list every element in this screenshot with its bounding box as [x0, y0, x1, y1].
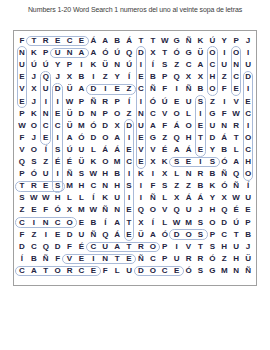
grid-cell[interactable]: Z — [159, 132, 171, 144]
grid-cell[interactable]: N — [40, 108, 52, 120]
grid-cell[interactable]: E — [242, 96, 254, 108]
grid-cell[interactable]: I — [28, 217, 40, 229]
grid-cell[interactable]: H — [183, 132, 195, 144]
grid-cell[interactable]: C — [206, 59, 218, 71]
grid-cell[interactable]: J — [194, 204, 206, 216]
grid-cell[interactable]: D — [206, 132, 218, 144]
grid-cell[interactable]: N — [135, 108, 147, 120]
grid-cell[interactable]: E — [111, 83, 123, 95]
grid-cell[interactable]: R — [64, 265, 76, 277]
grid-cell[interactable]: N — [183, 168, 195, 180]
grid-cell[interactable]: X — [171, 192, 183, 204]
grid-cell[interactable]: T — [16, 180, 28, 192]
grid-cell[interactable]: É — [75, 241, 87, 253]
grid-cell[interactable]: P — [40, 47, 52, 59]
grid-cell[interactable]: U — [111, 192, 123, 204]
grid-cell[interactable]: P — [230, 35, 242, 47]
grid-cell[interactable]: S — [206, 156, 218, 168]
grid-cell[interactable]: F — [16, 229, 28, 241]
grid-cell[interactable]: S — [171, 156, 183, 168]
grid-cell[interactable]: N — [40, 217, 52, 229]
grid-cell[interactable]: T — [194, 241, 206, 253]
grid-cell[interactable]: L — [75, 192, 87, 204]
grid-cell[interactable]: N — [99, 180, 111, 192]
grid-cell[interactable]: L — [64, 192, 76, 204]
grid-cell[interactable]: I — [218, 47, 230, 59]
grid-cell[interactable]: B — [194, 83, 206, 95]
grid-cell[interactable]: L — [230, 144, 242, 156]
grid-cell[interactable]: Ú — [40, 59, 52, 71]
grid-cell[interactable]: T — [123, 217, 135, 229]
grid-cell[interactable]: Í — [123, 96, 135, 108]
grid-cell[interactable]: Ú — [111, 47, 123, 59]
grid-cell[interactable]: Q — [230, 168, 242, 180]
grid-cell[interactable]: H — [242, 156, 254, 168]
grid-cell[interactable]: Ñ — [135, 253, 147, 265]
grid-cell[interactable]: H — [99, 168, 111, 180]
grid-cell[interactable]: A — [147, 229, 159, 241]
grid-cell[interactable]: E — [52, 35, 64, 47]
grid-cell[interactable]: R — [194, 253, 206, 265]
grid-cell[interactable]: V — [230, 96, 242, 108]
grid-cell[interactable]: R — [183, 253, 195, 265]
grid-cell[interactable]: Á — [218, 132, 230, 144]
grid-cell[interactable]: I — [87, 71, 99, 83]
grid-cell[interactable]: I — [194, 108, 206, 120]
grid-cell[interactable]: Á — [194, 192, 206, 204]
grid-cell[interactable]: Z — [171, 180, 183, 192]
grid-cell[interactable]: Ñ — [40, 253, 52, 265]
grid-cell[interactable]: Ñ — [242, 265, 254, 277]
grid-cell[interactable]: T — [194, 132, 206, 144]
grid-cell[interactable]: I — [147, 168, 159, 180]
grid-cell[interactable]: D — [123, 120, 135, 132]
grid-cell[interactable]: B — [28, 253, 40, 265]
grid-cell[interactable]: C — [75, 265, 87, 277]
grid-cell[interactable]: Í — [16, 253, 28, 265]
grid-cell[interactable]: Z — [183, 180, 195, 192]
grid-cell[interactable]: K — [194, 35, 206, 47]
grid-cell[interactable]: X — [64, 204, 76, 216]
grid-cell[interactable]: I — [135, 59, 147, 71]
grid-cell[interactable]: W — [159, 35, 171, 47]
grid-cell[interactable]: B — [206, 168, 218, 180]
grid-cell[interactable]: E — [194, 120, 206, 132]
grid-cell[interactable]: O — [28, 120, 40, 132]
grid-cell[interactable]: C — [183, 59, 195, 71]
grid-cell[interactable]: E — [230, 83, 242, 95]
grid-cell[interactable]: K — [99, 192, 111, 204]
grid-cell[interactable]: V — [64, 253, 76, 265]
grid-cell[interactable]: A — [111, 241, 123, 253]
grid-cell[interactable]: E — [52, 108, 64, 120]
grid-cell[interactable]: Ñ — [218, 168, 230, 180]
grid-cell[interactable]: Á — [171, 120, 183, 132]
grid-cell[interactable]: S — [194, 265, 206, 277]
grid-cell[interactable]: I — [171, 241, 183, 253]
grid-cell[interactable]: S — [194, 229, 206, 241]
grid-cell[interactable]: Y — [52, 59, 64, 71]
grid-cell[interactable]: I — [40, 229, 52, 241]
grid-cell[interactable]: C — [242, 144, 254, 156]
grid-cell[interactable]: Í — [40, 144, 52, 156]
grid-cell[interactable]: A — [194, 59, 206, 71]
grid-cell[interactable]: A — [111, 217, 123, 229]
grid-cell[interactable]: Q — [99, 229, 111, 241]
grid-cell[interactable]: E — [75, 217, 87, 229]
grid-cell[interactable]: U — [242, 192, 254, 204]
grid-cell[interactable]: O — [99, 132, 111, 144]
grid-cell[interactable]: Ü — [75, 156, 87, 168]
grid-cell[interactable]: P — [64, 59, 76, 71]
grid-cell[interactable]: P — [242, 217, 254, 229]
grid-cell[interactable]: M — [75, 120, 87, 132]
grid-cell[interactable]: E — [135, 132, 147, 144]
grid-cell[interactable]: P — [159, 71, 171, 83]
grid-cell[interactable]: I — [123, 192, 135, 204]
grid-cell[interactable]: L — [183, 108, 195, 120]
grid-cell[interactable]: E — [75, 35, 87, 47]
grid-cell[interactable]: R — [99, 96, 111, 108]
grid-cell[interactable]: S — [28, 156, 40, 168]
grid-cell[interactable]: Ú — [230, 217, 242, 229]
grid-cell[interactable]: D — [52, 83, 64, 95]
grid-cell[interactable]: Ñ — [147, 83, 159, 95]
grid-cell[interactable]: O — [147, 204, 159, 216]
grid-cell[interactable]: J — [28, 71, 40, 83]
grid-cell[interactable]: X — [135, 217, 147, 229]
grid-cell[interactable]: Q — [123, 47, 135, 59]
grid-cell[interactable]: H — [52, 192, 64, 204]
grid-cell[interactable]: E — [135, 156, 147, 168]
grid-cell[interactable]: L — [159, 217, 171, 229]
grid-cell[interactable]: F — [218, 108, 230, 120]
grid-cell[interactable]: Ñ — [147, 192, 159, 204]
grid-cell[interactable]: G — [206, 265, 218, 277]
grid-cell[interactable]: U — [123, 265, 135, 277]
grid-cell[interactable]: O — [147, 241, 159, 253]
grid-cell[interactable]: Í — [242, 180, 254, 192]
grid-cell[interactable]: Í — [147, 59, 159, 71]
grid-cell[interactable]: W — [16, 120, 28, 132]
grid-cell[interactable]: N — [16, 47, 28, 59]
grid-cell[interactable]: I — [135, 180, 147, 192]
grid-cell[interactable]: C — [52, 120, 64, 132]
grid-cell[interactable]: O — [206, 83, 218, 95]
grid-cell[interactable]: Ñ — [183, 35, 195, 47]
grid-cell[interactable]: P — [206, 229, 218, 241]
grid-cell[interactable]: I — [242, 83, 254, 95]
grid-cell[interactable]: O — [28, 144, 40, 156]
grid-cell[interactable]: I — [99, 83, 111, 95]
grid-cell[interactable]: D — [135, 47, 147, 59]
grid-cell[interactable]: K — [28, 108, 40, 120]
grid-cell[interactable]: V — [16, 144, 28, 156]
grid-cell[interactable]: Ó — [218, 156, 230, 168]
grid-cell[interactable]: Ó — [28, 168, 40, 180]
grid-cell[interactable]: D — [64, 229, 76, 241]
grid-cell[interactable]: W — [28, 192, 40, 204]
grid-cell[interactable]: Á — [87, 35, 99, 47]
grid-cell[interactable]: K — [206, 180, 218, 192]
grid-cell[interactable]: L — [87, 144, 99, 156]
grid-cell[interactable]: U — [230, 241, 242, 253]
grid-cell[interactable]: Q — [16, 156, 28, 168]
grid-cell[interactable]: N — [64, 47, 76, 59]
grid-cell[interactable]: S — [159, 59, 171, 71]
grid-cell[interactable]: C — [230, 71, 242, 83]
grid-cell[interactable]: I — [52, 132, 64, 144]
grid-cell[interactable]: Ó — [171, 47, 183, 59]
grid-cell[interactable]: Á — [99, 144, 111, 156]
grid-cell[interactable]: Q — [135, 204, 147, 216]
grid-cell[interactable]: Ü — [64, 120, 76, 132]
grid-cell[interactable]: I — [123, 132, 135, 144]
grid-cell[interactable]: Á — [111, 229, 123, 241]
grid-cell[interactable]: L — [171, 168, 183, 180]
grid-cell[interactable]: P — [75, 96, 87, 108]
grid-cell[interactable]: H — [206, 71, 218, 83]
grid-cell[interactable]: U — [75, 229, 87, 241]
grid-cell[interactable]: I — [242, 120, 254, 132]
grid-cell[interactable]: U — [183, 204, 195, 216]
grid-cell[interactable]: D — [218, 217, 230, 229]
grid-cell[interactable]: O — [230, 47, 242, 59]
grid-cell[interactable]: É — [230, 204, 242, 216]
grid-cell[interactable]: A — [75, 83, 87, 95]
grid-cell[interactable]: S — [194, 96, 206, 108]
grid-cell[interactable]: V — [159, 108, 171, 120]
grid-cell[interactable]: O — [111, 108, 123, 120]
grid-cell[interactable]: T — [28, 35, 40, 47]
grid-cell[interactable]: Á — [183, 144, 195, 156]
grid-cell[interactable]: Ú — [64, 144, 76, 156]
grid-cell[interactable]: E — [123, 204, 135, 216]
grid-cell[interactable]: Ó — [87, 120, 99, 132]
grid-cell[interactable]: Ü — [64, 83, 76, 95]
grid-cell[interactable]: C — [16, 265, 28, 277]
grid-cell[interactable]: A — [87, 47, 99, 59]
grid-cell[interactable]: U — [75, 144, 87, 156]
grid-cell[interactable]: J — [28, 132, 40, 144]
grid-cell[interactable]: T — [135, 35, 147, 47]
grid-cell[interactable]: J — [242, 241, 254, 253]
grid-cell[interactable]: T — [111, 253, 123, 265]
grid-cell[interactable]: W — [64, 96, 76, 108]
grid-cell[interactable]: E — [183, 156, 195, 168]
grid-cell[interactable]: P — [16, 108, 28, 120]
grid-cell[interactable]: B — [194, 180, 206, 192]
grid-cell[interactable]: R — [194, 168, 206, 180]
grid-cell[interactable]: H — [206, 204, 218, 216]
grid-cell[interactable]: E — [123, 229, 135, 241]
grid-cell[interactable]: P — [111, 96, 123, 108]
grid-cell[interactable]: Z — [171, 59, 183, 71]
grid-cell[interactable]: H — [75, 180, 87, 192]
grid-cell[interactable]: Á — [123, 35, 135, 47]
grid-cell[interactable]: W — [230, 108, 242, 120]
grid-cell[interactable]: Q — [218, 204, 230, 216]
grid-cell[interactable]: H — [111, 180, 123, 192]
grid-cell[interactable]: Ü — [194, 47, 206, 59]
grid-cell[interactable]: F — [64, 241, 76, 253]
grid-cell[interactable]: F — [218, 83, 230, 95]
grid-cell[interactable]: Ñ — [64, 168, 76, 180]
grid-cell[interactable]: W — [230, 192, 242, 204]
grid-cell[interactable]: V — [147, 144, 159, 156]
grid-cell[interactable]: Í — [87, 192, 99, 204]
grid-cell[interactable]: O — [206, 217, 218, 229]
grid-cell[interactable]: D — [87, 132, 99, 144]
grid-cell[interactable]: A — [111, 132, 123, 144]
grid-cell[interactable]: M — [64, 180, 76, 192]
grid-cell[interactable]: C — [147, 108, 159, 120]
grid-cell[interactable]: N — [230, 265, 242, 277]
grid-cell[interactable]: N — [230, 59, 242, 71]
grid-cell[interactable]: A — [64, 132, 76, 144]
grid-cell[interactable]: E — [123, 144, 135, 156]
grid-cell[interactable]: K — [87, 59, 99, 71]
grid-cell[interactable]: T — [159, 47, 171, 59]
grid-cell[interactable]: Q — [171, 132, 183, 144]
grid-cell[interactable]: O — [64, 217, 76, 229]
grid-cell[interactable]: Ó — [218, 180, 230, 192]
grid-cell[interactable]: T — [230, 229, 242, 241]
grid-cell[interactable]: R — [40, 35, 52, 47]
grid-cell[interactable]: Ó — [52, 204, 64, 216]
grid-cell[interactable]: O — [242, 168, 254, 180]
grid-cell[interactable]: U — [218, 59, 230, 71]
grid-cell[interactable]: R — [135, 241, 147, 253]
grid-cell[interactable]: I — [87, 253, 99, 265]
grid-cell[interactable]: C — [87, 241, 99, 253]
grid-cell[interactable]: Ó — [183, 265, 195, 277]
grid-cell[interactable]: Ñ — [183, 83, 195, 95]
grid-cell[interactable]: Z — [206, 96, 218, 108]
grid-cell[interactable]: Q — [40, 71, 52, 83]
grid-cell[interactable]: O — [147, 265, 159, 277]
grid-cell[interactable]: Y — [206, 192, 218, 204]
grid-cell[interactable]: Z — [99, 71, 111, 83]
grid-cell[interactable]: I — [123, 168, 135, 180]
grid-cell[interactable]: J — [242, 35, 254, 47]
grid-cell[interactable]: E — [135, 71, 147, 83]
grid-cell[interactable]: N — [87, 108, 99, 120]
grid-cell[interactable]: B — [111, 168, 123, 180]
grid-cell[interactable]: M — [183, 217, 195, 229]
grid-cell[interactable]: R — [28, 180, 40, 192]
grid-cell[interactable]: C — [28, 241, 40, 253]
grid-cell[interactable]: C — [16, 217, 28, 229]
grid-cell[interactable]: D — [171, 229, 183, 241]
grid-cell[interactable]: T — [147, 35, 159, 47]
grid-cell[interactable]: K — [87, 156, 99, 168]
grid-cell[interactable]: S — [159, 180, 171, 192]
grid-cell[interactable]: G — [183, 47, 195, 59]
grid-cell[interactable]: Z — [16, 204, 28, 216]
grid-cell[interactable]: O — [183, 120, 195, 132]
grid-cell[interactable]: W — [40, 192, 52, 204]
grid-cell[interactable]: I — [194, 156, 206, 168]
grid-cell[interactable]: E — [171, 265, 183, 277]
grid-cell[interactable]: V — [16, 83, 28, 95]
grid-cell[interactable]: F — [99, 265, 111, 277]
grid-cell[interactable]: B — [218, 144, 230, 156]
grid-cell[interactable]: Ñ — [87, 96, 99, 108]
grid-cell[interactable]: W — [87, 168, 99, 180]
grid-cell[interactable]: B — [147, 71, 159, 83]
grid-cell[interactable]: E — [52, 229, 64, 241]
grid-cell[interactable]: H — [218, 241, 230, 253]
grid-cell[interactable]: Ñ — [230, 180, 242, 192]
grid-cell[interactable]: C — [159, 265, 171, 277]
grid-cell[interactable]: V — [159, 204, 171, 216]
grid-cell[interactable]: A — [171, 144, 183, 156]
grid-cell[interactable]: Q — [171, 204, 183, 216]
grid-cell[interactable]: F — [16, 132, 28, 144]
grid-cell[interactable]: Ü — [135, 229, 147, 241]
grid-cell[interactable]: G — [206, 108, 218, 120]
grid-cell[interactable]: Í — [123, 71, 135, 83]
grid-cell[interactable]: X — [194, 71, 206, 83]
grid-cell[interactable]: D — [242, 71, 254, 83]
grid-cell[interactable]: D — [75, 108, 87, 120]
grid-cell[interactable]: I — [75, 59, 87, 71]
grid-cell[interactable]: Z — [40, 156, 52, 168]
grid-cell[interactable]: A — [99, 35, 111, 47]
grid-cell[interactable]: Y — [206, 144, 218, 156]
grid-cell[interactable]: O — [183, 229, 195, 241]
grid-cell[interactable]: U — [242, 59, 254, 71]
grid-cell[interactable]: T — [123, 241, 135, 253]
grid-cell[interactable]: O — [99, 156, 111, 168]
grid-cell[interactable]: B — [111, 35, 123, 47]
grid-cell[interactable]: B — [87, 217, 99, 229]
grid-cell[interactable]: Z — [123, 83, 135, 95]
grid-cell[interactable]: K — [28, 47, 40, 59]
grid-cell[interactable]: Y — [218, 35, 230, 47]
grid-cell[interactable]: O — [242, 132, 254, 144]
grid-cell[interactable]: Ñ — [87, 229, 99, 241]
grid-cell[interactable]: X — [28, 83, 40, 95]
grid-cell[interactable]: F — [147, 180, 159, 192]
grid-cell[interactable]: U — [16, 59, 28, 71]
grid-cell[interactable]: S — [16, 192, 28, 204]
grid-cell[interactable]: G — [171, 35, 183, 47]
grid-cell[interactable]: Ó — [75, 132, 87, 144]
grid-cell[interactable]: E — [16, 96, 28, 108]
grid-cell[interactable]: C — [123, 156, 135, 168]
grid-cell[interactable]: É — [52, 156, 64, 168]
grid-cell[interactable]: C — [52, 217, 64, 229]
grid-cell[interactable]: M — [111, 156, 123, 168]
grid-cell[interactable]: E — [123, 253, 135, 265]
grid-cell[interactable]: J — [52, 71, 64, 83]
grid-cell[interactable]: A — [75, 47, 87, 59]
grid-cell[interactable]: D — [52, 241, 64, 253]
grid-cell[interactable]: C — [87, 180, 99, 192]
grid-cell[interactable]: S — [194, 217, 206, 229]
grid-cell[interactable]: Á — [183, 192, 195, 204]
grid-cell[interactable]: N — [99, 253, 111, 265]
grid-cell[interactable]: Í — [99, 217, 111, 229]
grid-cell[interactable]: Z — [123, 108, 135, 120]
grid-cell[interactable]: E — [194, 144, 206, 156]
grid-cell[interactable]: D — [135, 265, 147, 277]
grid-cell[interactable]: Ü — [99, 59, 111, 71]
grid-cell[interactable]: H — [230, 253, 242, 265]
grid-cell[interactable]: L — [111, 265, 123, 277]
